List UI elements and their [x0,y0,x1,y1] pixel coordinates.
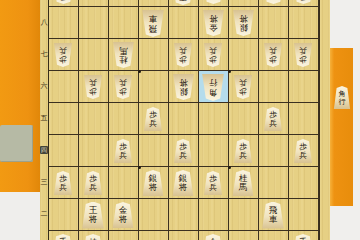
board-square-8-3[interactable] [259,167,289,199]
board-square-6-5[interactable] [199,103,229,135]
board-square-9-6[interactable] [289,71,319,103]
board-square-4-1[interactable] [139,231,169,240]
board-square-8-4[interactable] [259,135,289,167]
board-square-9-2[interactable] [289,199,319,231]
star-point [228,166,231,169]
board-square-7-5[interactable] [229,103,259,135]
board-square-1-5[interactable] [49,103,79,135]
board-square-5-1[interactable] [169,231,199,240]
board-square-2-9[interactable] [79,0,109,7]
left-margin [0,0,40,192]
board-square-7-7[interactable] [229,39,259,71]
board-square-4-6[interactable] [139,71,169,103]
board-square-4-7[interactable] [139,39,169,71]
star-point [138,70,141,73]
board-square-3-9[interactable] [109,0,139,7]
board-square-9-8[interactable] [289,7,319,39]
board-square-4-9[interactable] [139,0,169,7]
board-square-3-8[interactable] [109,7,139,39]
shogi-app: 九八七六五四三二一 香車桂馬金将王将香車銀将金将飛車歩兵歩兵歩兵歩兵桂馬歩兵歩兵… [0,0,360,240]
board-square-7-9[interactable] [229,0,259,7]
board-square-9-5[interactable] [289,103,319,135]
board-square-1-8[interactable] [49,7,79,39]
board-square-1-4[interactable] [49,135,79,167]
board-square-4-4[interactable] [139,135,169,167]
board-square-7-1[interactable] [229,231,259,240]
rank-label-六: 六 [40,82,48,90]
rank-label-三: 三 [40,178,48,186]
board-square-4-2[interactable] [139,199,169,231]
board-square-5-5[interactable] [169,103,199,135]
rank-label-八: 八 [40,18,48,26]
star-point [138,166,141,169]
board-square-6-4[interactable] [199,135,229,167]
rank-label-五: 五 [40,114,48,122]
board-square-2-4[interactable] [79,135,109,167]
board-square-1-2[interactable] [49,199,79,231]
rank-label-二: 二 [40,210,48,218]
star-point [228,70,231,73]
board-square-3-1[interactable] [109,231,139,240]
rank-label-七: 七 [40,50,48,58]
board-square-3-3[interactable] [109,167,139,199]
board-square-2-5[interactable] [79,103,109,135]
board-square-8-6[interactable] [259,71,289,103]
board-square-2-8[interactable] [79,7,109,39]
board-square-8-8[interactable] [259,7,289,39]
board-square-5-8[interactable] [169,7,199,39]
right-piece-stand[interactable] [330,48,353,206]
board-square-5-2[interactable] [169,199,199,231]
board-square-7-2[interactable] [229,199,259,231]
board-square-2-7[interactable] [79,39,109,71]
board-square-9-3[interactable] [289,167,319,199]
board-square-3-5[interactable] [109,103,139,135]
board-square-6-2[interactable] [199,199,229,231]
board-square-1-6[interactable] [49,71,79,103]
board-square-8-1[interactable] [259,231,289,240]
left-piece-stand[interactable] [0,125,33,162]
rank-label-四: 四 [40,146,48,154]
